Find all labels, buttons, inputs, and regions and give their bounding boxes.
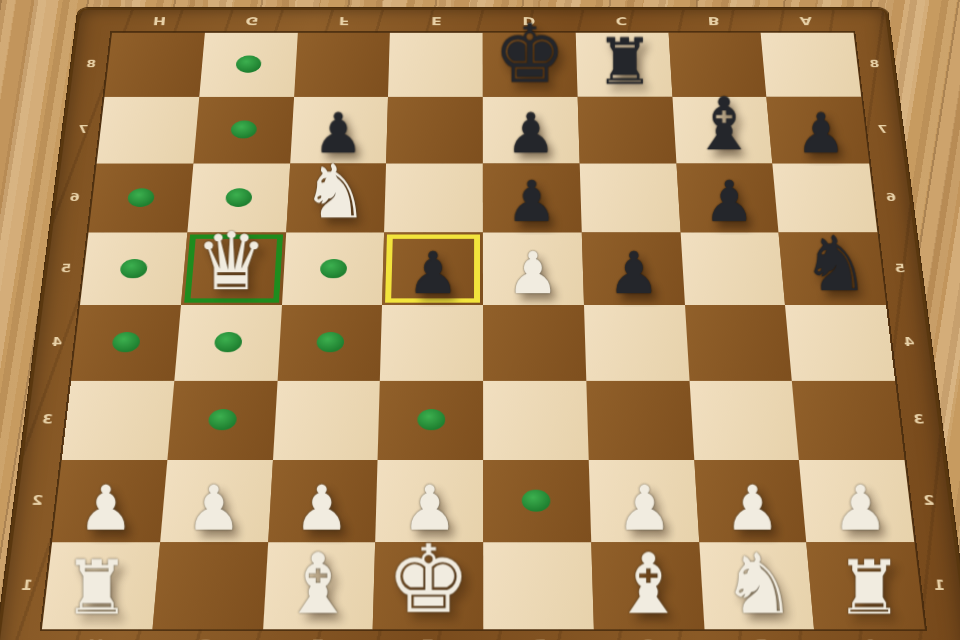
piece-black-bishop[interactable]: ♝ [691,88,756,161]
piece-white-rook[interactable]: ♜ [64,551,131,625]
square-a2[interactable]: ♟ [799,460,914,543]
square-b5[interactable] [680,233,785,305]
rank-label: 8 [854,33,896,97]
file-label: G [205,10,299,33]
square-f5[interactable] [282,233,385,305]
square-c8[interactable]: ♜ [575,33,672,97]
move-dot-g6[interactable] [225,188,253,207]
square-h5[interactable] [80,233,187,305]
move-dot-f4[interactable] [316,332,344,352]
square-a1[interactable]: ♜ [807,542,925,629]
square-g4[interactable] [174,305,281,381]
square-g5[interactable]: ♛ [181,233,286,305]
piece-white-pawn[interactable]: ♟ [294,477,350,539]
move-dot-g3[interactable] [208,409,237,430]
square-c2[interactable]: ♟ [588,460,698,543]
square-c6[interactable] [579,163,680,232]
move-dot-d2[interactable] [522,490,551,512]
piece-white-pawn[interactable]: ♟ [186,477,242,539]
square-f3[interactable] [272,381,380,460]
square-d7[interactable]: ♟ [483,97,580,164]
square-c5[interactable]: ♟ [582,233,685,305]
piece-white-pawn[interactable]: ♟ [725,477,781,539]
file-label: G [149,629,262,640]
board-grid: ♚♜♟♟♝♟♞♟♟♛♟♟♟♞♟♟♟♟♟♟♟♜♝♚♝♞♜ [42,33,925,629]
square-h3[interactable] [62,381,174,460]
move-dot-h4[interactable] [112,332,141,352]
square-d2[interactable] [483,460,591,543]
square-d3[interactable] [483,381,588,460]
square-c7[interactable] [577,97,676,164]
file-labels-bottom: HGFEDCBA [38,629,929,640]
square-d5[interactable]: ♟ [483,233,584,305]
square-c1[interactable]: ♝ [591,542,704,629]
square-h4[interactable] [71,305,181,381]
file-label: A [814,629,928,640]
file-label: H [112,10,207,33]
piece-white-king[interactable]: ♚ [386,532,470,626]
square-g7[interactable] [193,97,293,164]
file-label: E [390,10,483,33]
piece-black-pawn[interactable]: ♟ [704,173,755,230]
file-label: D [483,629,594,640]
square-a5[interactable]: ♞ [779,233,886,305]
square-b4[interactable] [685,305,793,381]
square-f4[interactable] [277,305,382,381]
piece-black-pawn[interactable]: ♟ [507,173,558,230]
rank-label: 6 [869,163,913,232]
file-label: F [261,629,373,640]
square-a4[interactable] [785,305,895,381]
square-h7[interactable] [97,97,199,164]
piece-black-knight[interactable]: ♞ [801,226,869,302]
square-a7[interactable]: ♟ [767,97,870,164]
square-b2[interactable]: ♟ [694,460,807,543]
file-label: B [667,10,761,33]
piece-white-knight[interactable]: ♞ [722,542,797,625]
piece-black-pawn[interactable]: ♟ [608,244,660,302]
file-label: D [483,10,576,33]
square-h6[interactable] [89,163,194,232]
move-dot-h6[interactable] [127,188,155,207]
square-d4[interactable] [483,305,586,381]
file-label: B [704,629,817,640]
square-e7[interactable] [386,97,483,164]
square-a8[interactable] [761,33,861,97]
square-b3[interactable] [689,381,799,460]
file-label: C [594,629,706,640]
piece-white-queen[interactable]: ♛ [196,222,268,302]
move-dot-h5[interactable] [120,259,149,278]
square-f6[interactable]: ♞ [286,163,387,232]
piece-white-knight[interactable]: ♞ [302,155,369,229]
square-c3[interactable] [586,381,694,460]
piece-black-pawn[interactable]: ♟ [506,105,556,161]
square-a3[interactable] [792,381,904,460]
wood-table: HGFEDCBA HGFEDCBA 87654321 87654321 ♚♜♟♟… [0,0,960,640]
piece-white-pawn[interactable]: ♟ [79,477,135,539]
square-g8[interactable] [199,33,297,97]
square-f8[interactable] [294,33,390,97]
piece-white-rook[interactable]: ♜ [836,551,903,625]
move-dot-g8[interactable] [236,56,262,73]
square-g2[interactable]: ♟ [160,460,273,543]
square-e8[interactable] [388,33,483,97]
piece-black-pawn[interactable]: ♟ [796,105,846,161]
square-g3[interactable] [167,381,277,460]
square-e5[interactable]: ♟ [382,233,483,305]
piece-black-pawn[interactable]: ♟ [407,244,459,302]
square-f2[interactable]: ♟ [268,460,378,543]
file-label: C [575,10,668,33]
move-dot-e3[interactable] [417,409,445,430]
file-label: A [759,10,854,33]
move-dot-g4[interactable] [214,332,243,352]
rank-label: 7 [861,97,904,164]
square-e1[interactable]: ♚ [373,542,483,629]
square-g1[interactable] [152,542,267,629]
square-e6[interactable] [384,163,483,232]
square-d6[interactable]: ♟ [483,163,582,232]
rank-label: 5 [877,233,923,305]
square-h2[interactable]: ♟ [52,460,167,543]
file-label: H [38,629,152,640]
square-h1[interactable]: ♜ [42,542,160,629]
square-d1[interactable] [483,542,593,629]
file-label: F [297,10,390,33]
piece-white-pawn[interactable]: ♟ [507,244,559,302]
move-dot-g7[interactable] [230,121,257,139]
square-b6[interactable]: ♟ [676,163,779,232]
file-labels-top: HGFEDCBA [112,10,854,33]
piece-white-bishop[interactable]: ♝ [281,542,356,625]
square-e4[interactable] [380,305,483,381]
file-label: E [372,629,483,640]
board-scene: HGFEDCBA HGFEDCBA 87654321 87654321 ♚♜♟♟… [0,0,960,640]
square-b1[interactable]: ♞ [699,542,815,629]
move-dot-f5[interactable] [320,259,348,278]
piece-black-rook[interactable]: ♜ [596,30,653,94]
piece-white-bishop[interactable]: ♝ [611,542,686,625]
square-c4[interactable] [584,305,689,381]
square-b7[interactable]: ♝ [672,97,773,164]
square-d8[interactable]: ♚ [483,33,578,97]
square-f1[interactable]: ♝ [263,542,376,629]
square-h8[interactable] [104,33,204,97]
square-e3[interactable] [378,381,483,460]
piece-white-pawn[interactable]: ♟ [832,477,888,539]
chess-board: HGFEDCBA HGFEDCBA 87654321 87654321 ♚♜♟♟… [0,8,960,640]
piece-white-pawn[interactable]: ♟ [617,477,673,539]
